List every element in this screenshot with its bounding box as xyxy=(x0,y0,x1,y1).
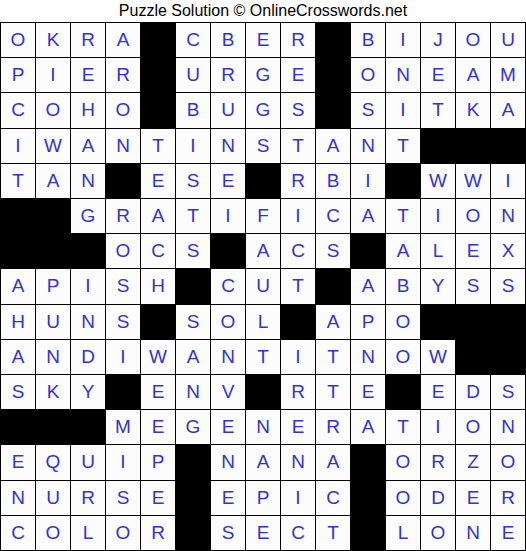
letter-cell-r4c3: A xyxy=(71,129,105,163)
letter-cell-r7c12: A xyxy=(386,234,420,268)
letter-cell-r12c8: N xyxy=(246,410,280,444)
letter-cell-r3c15: A xyxy=(491,93,525,127)
letter-cell-r9c2: U xyxy=(36,305,70,339)
letter-cell-r3c12: I xyxy=(386,93,420,127)
letter-cell-r11c1: S xyxy=(1,375,35,409)
block-cell-r9c13 xyxy=(421,305,455,339)
letter-cell-r4c8: S xyxy=(246,129,280,163)
letter-cell-r14c3: R xyxy=(71,481,105,515)
letter-cell-r10c6: A xyxy=(176,340,210,374)
letter-cell-r10c5: W xyxy=(141,340,175,374)
letter-cell-r3c1: C xyxy=(1,93,35,127)
letter-cell-r10c10: T xyxy=(316,340,350,374)
letter-cell-r2c3: E xyxy=(71,58,105,92)
letter-cell-r12c15: N xyxy=(491,410,525,444)
letter-cell-r14c4: S xyxy=(106,481,140,515)
letter-cell-r1c14: O xyxy=(456,23,490,57)
letter-cell-r4c10: A xyxy=(316,129,350,163)
letter-cell-r4c2: W xyxy=(36,129,70,163)
letter-cell-r14c10: C xyxy=(316,481,350,515)
letter-cell-r1c13: J xyxy=(421,23,455,57)
letter-cell-r11c3: Y xyxy=(71,375,105,409)
letter-cell-r10c8: T xyxy=(246,340,280,374)
letter-cell-r15c4: O xyxy=(106,516,140,550)
letter-cell-r5c14: W xyxy=(456,164,490,198)
letter-cell-r12c6: G xyxy=(176,410,210,444)
block-cell-r9c15 xyxy=(491,305,525,339)
block-cell-r4c14 xyxy=(456,129,490,163)
block-cell-r14c11 xyxy=(351,481,385,515)
letter-cell-r15c7: S xyxy=(211,516,245,550)
letter-cell-r4c12: T xyxy=(386,129,420,163)
letter-cell-r15c15: E xyxy=(491,516,525,550)
letter-cell-r11c14: D xyxy=(456,375,490,409)
letter-cell-r6c9: I xyxy=(281,199,315,233)
letter-cell-r13c8: A xyxy=(246,445,280,479)
letter-cell-r8c7: C xyxy=(211,269,245,303)
letter-cell-r7c4: O xyxy=(106,234,140,268)
letter-cell-r5c7: E xyxy=(211,164,245,198)
letter-cell-r5c15: I xyxy=(491,164,525,198)
letter-cell-r11c10: T xyxy=(316,375,350,409)
letter-cell-r6c15: N xyxy=(491,199,525,233)
block-cell-r3c5 xyxy=(141,93,175,127)
letter-cell-r13c12: O xyxy=(386,445,420,479)
letter-cell-r11c7: V xyxy=(211,375,245,409)
block-cell-r12c3 xyxy=(71,410,105,444)
letter-cell-r5c13: W xyxy=(421,164,455,198)
block-cell-r9c9 xyxy=(281,305,315,339)
block-cell-r7c3 xyxy=(71,234,105,268)
letter-cell-r6c12: T xyxy=(386,199,420,233)
letter-cell-r5c10: B xyxy=(316,164,350,198)
block-cell-r8c10 xyxy=(316,269,350,303)
letter-cell-r13c3: U xyxy=(71,445,105,479)
block-cell-r7c2 xyxy=(36,234,70,268)
letter-cell-r5c1: T xyxy=(1,164,35,198)
letter-cell-r2c13: E xyxy=(421,58,455,92)
block-cell-r7c11 xyxy=(351,234,385,268)
letter-cell-r10c11: N xyxy=(351,340,385,374)
letter-cell-r5c2: A xyxy=(36,164,70,198)
letter-cell-r13c15: O xyxy=(491,445,525,479)
letter-cell-r7c13: L xyxy=(421,234,455,268)
block-cell-r7c1 xyxy=(1,234,35,268)
letter-cell-r2c6: U xyxy=(176,58,210,92)
letter-cell-r4c9: T xyxy=(281,129,315,163)
page-title: Puzzle Solution © OnlineCrosswords.net xyxy=(0,0,526,22)
letter-cell-r11c2: K xyxy=(36,375,70,409)
letter-cell-r6c13: I xyxy=(421,199,455,233)
letter-cell-r6c11: A xyxy=(351,199,385,233)
letter-cell-r1c7: B xyxy=(211,23,245,57)
letter-cell-r11c15: S xyxy=(491,375,525,409)
letter-cell-r11c5: E xyxy=(141,375,175,409)
letter-cell-r3c3: H xyxy=(71,93,105,127)
letter-cell-r2c2: I xyxy=(36,58,70,92)
letter-cell-r10c7: N xyxy=(211,340,245,374)
letter-cell-r8c4: S xyxy=(106,269,140,303)
letter-cell-r7c10: S xyxy=(316,234,350,268)
letter-cell-r3c6: B xyxy=(176,93,210,127)
block-cell-r12c2 xyxy=(36,410,70,444)
letter-cell-r13c10: A xyxy=(316,445,350,479)
block-cell-r6c1 xyxy=(1,199,35,233)
letter-cell-r2c1: P xyxy=(1,58,35,92)
letter-cell-r1c3: R xyxy=(71,23,105,57)
block-cell-r14c6 xyxy=(176,481,210,515)
letter-cell-r2c9: E xyxy=(281,58,315,92)
letter-cell-r4c4: N xyxy=(106,129,140,163)
letter-cell-r9c6: S xyxy=(176,305,210,339)
letter-cell-r15c5: R xyxy=(141,516,175,550)
letter-cell-r6c6: T xyxy=(176,199,210,233)
letter-cell-r6c3: G xyxy=(71,199,105,233)
letter-cell-r8c14: S xyxy=(456,269,490,303)
letter-cell-r6c5: A xyxy=(141,199,175,233)
letter-cell-r13c9: N xyxy=(281,445,315,479)
letter-cell-r10c2: N xyxy=(36,340,70,374)
letter-cell-r12c10: R xyxy=(316,410,350,444)
letter-cell-r15c9: C xyxy=(281,516,315,550)
letter-cell-r4c6: I xyxy=(176,129,210,163)
letter-cell-r1c11: B xyxy=(351,23,385,57)
letter-cell-r3c14: K xyxy=(456,93,490,127)
letter-cell-r2c8: G xyxy=(246,58,280,92)
letter-cell-r3c4: O xyxy=(106,93,140,127)
letter-cell-r3c2: O xyxy=(36,93,70,127)
letter-cell-r14c1: N xyxy=(1,481,35,515)
letter-cell-r14c5: E xyxy=(141,481,175,515)
puzzle-solution-page: Puzzle Solution © OnlineCrosswords.net O… xyxy=(0,0,526,551)
block-cell-r5c4 xyxy=(106,164,140,198)
letter-cell-r2c4: R xyxy=(106,58,140,92)
letter-cell-r1c4: A xyxy=(106,23,140,57)
letter-cell-r3c9: S xyxy=(281,93,315,127)
letter-cell-r3c8: G xyxy=(246,93,280,127)
letter-cell-r14c8: P xyxy=(246,481,280,515)
letter-cell-r7c8: A xyxy=(246,234,280,268)
letter-cell-r10c3: D xyxy=(71,340,105,374)
block-cell-r2c10 xyxy=(316,58,350,92)
letter-cell-r11c6: N xyxy=(176,375,210,409)
letter-cell-r1c2: K xyxy=(36,23,70,57)
letter-cell-r12c14: O xyxy=(456,410,490,444)
letter-cell-r9c8: L xyxy=(246,305,280,339)
letter-cell-r15c12: L xyxy=(386,516,420,550)
letter-cell-r14c15: R xyxy=(491,481,525,515)
letter-cell-r15c1: C xyxy=(1,516,35,550)
letter-cell-r12c4: M xyxy=(106,410,140,444)
block-cell-r1c5 xyxy=(141,23,175,57)
letter-cell-r10c1: A xyxy=(1,340,35,374)
block-cell-r12c1 xyxy=(1,410,35,444)
letter-cell-r6c7: I xyxy=(211,199,245,233)
letter-cell-r12c13: I xyxy=(421,410,455,444)
letter-cell-r1c9: R xyxy=(281,23,315,57)
letter-cell-r10c4: I xyxy=(106,340,140,374)
block-cell-r6c2 xyxy=(36,199,70,233)
block-cell-r7c7 xyxy=(211,234,245,268)
letter-cell-r10c9: I xyxy=(281,340,315,374)
letter-cell-r15c8: E xyxy=(246,516,280,550)
letter-cell-r6c4: R xyxy=(106,199,140,233)
letter-cell-r6c8: F xyxy=(246,199,280,233)
letter-cell-r2c14: A xyxy=(456,58,490,92)
block-cell-r10c15 xyxy=(491,340,525,374)
block-cell-r2c5 xyxy=(141,58,175,92)
block-cell-r13c11 xyxy=(351,445,385,479)
letter-cell-r3c11: S xyxy=(351,93,385,127)
letter-cell-r5c6: S xyxy=(176,164,210,198)
letter-cell-r4c1: I xyxy=(1,129,35,163)
letter-cell-r14c7: E xyxy=(211,481,245,515)
letter-cell-r9c12: O xyxy=(386,305,420,339)
letter-cell-r13c4: I xyxy=(106,445,140,479)
block-cell-r5c8 xyxy=(246,164,280,198)
letter-cell-r6c10: C xyxy=(316,199,350,233)
block-cell-r4c15 xyxy=(491,129,525,163)
letter-cell-r15c13: O xyxy=(421,516,455,550)
letter-cell-r5c11: I xyxy=(351,164,385,198)
letter-cell-r12c9: E xyxy=(281,410,315,444)
letter-cell-r13c14: Z xyxy=(456,445,490,479)
block-cell-r5c12 xyxy=(386,164,420,198)
letter-cell-r14c12: O xyxy=(386,481,420,515)
block-cell-r9c14 xyxy=(456,305,490,339)
letter-cell-r8c5: H xyxy=(141,269,175,303)
letter-cell-r13c2: Q xyxy=(36,445,70,479)
letter-cell-r3c7: U xyxy=(211,93,245,127)
letter-cell-r8c11: A xyxy=(351,269,385,303)
letter-cell-r15c10: T xyxy=(316,516,350,550)
letter-cell-r12c12: T xyxy=(386,410,420,444)
letter-cell-r11c9: R xyxy=(281,375,315,409)
block-cell-r9c5 xyxy=(141,305,175,339)
letter-cell-r5c3: N xyxy=(71,164,105,198)
letter-cell-r1c15: U xyxy=(491,23,525,57)
letter-cell-r3c13: T xyxy=(421,93,455,127)
block-cell-r3c10 xyxy=(316,93,350,127)
letter-cell-r14c14: E xyxy=(456,481,490,515)
letter-cell-r13c1: E xyxy=(1,445,35,479)
letter-cell-r8c12: B xyxy=(386,269,420,303)
letter-cell-r8c9: T xyxy=(281,269,315,303)
letter-cell-r2c7: R xyxy=(211,58,245,92)
letter-cell-r9c10: A xyxy=(316,305,350,339)
letter-cell-r2c12: N xyxy=(386,58,420,92)
letter-cell-r4c7: N xyxy=(211,129,245,163)
letter-cell-r14c13: D xyxy=(421,481,455,515)
letter-cell-r9c11: P xyxy=(351,305,385,339)
letter-cell-r9c4: S xyxy=(106,305,140,339)
letter-cell-r2c15: M xyxy=(491,58,525,92)
letter-cell-r11c11: E xyxy=(351,375,385,409)
letter-cell-r12c7: E xyxy=(211,410,245,444)
letter-cell-r1c8: E xyxy=(246,23,280,57)
letter-cell-r7c6: S xyxy=(176,234,210,268)
block-cell-r15c11 xyxy=(351,516,385,550)
letter-cell-r15c14: N xyxy=(456,516,490,550)
block-cell-r10c14 xyxy=(456,340,490,374)
letter-cell-r7c9: C xyxy=(281,234,315,268)
letter-cell-r14c2: U xyxy=(36,481,70,515)
letter-cell-r14c9: I xyxy=(281,481,315,515)
letter-cell-r15c3: L xyxy=(71,516,105,550)
letter-cell-r10c12: O xyxy=(386,340,420,374)
letter-cell-r8c8: U xyxy=(246,269,280,303)
letter-cell-r2c11: O xyxy=(351,58,385,92)
letter-cell-r13c13: R xyxy=(421,445,455,479)
block-cell-r1c10 xyxy=(316,23,350,57)
block-cell-r13c6 xyxy=(176,445,210,479)
block-cell-r11c12 xyxy=(386,375,420,409)
letter-cell-r15c2: O xyxy=(36,516,70,550)
letter-cell-r12c5: E xyxy=(141,410,175,444)
letter-cell-r1c12: I xyxy=(386,23,420,57)
letter-cell-r8c13: Y xyxy=(421,269,455,303)
letter-cell-r5c5: E xyxy=(141,164,175,198)
letter-cell-r1c1: O xyxy=(1,23,35,57)
letter-cell-r11c13: E xyxy=(421,375,455,409)
letter-cell-r7c5: C xyxy=(141,234,175,268)
block-cell-r4c13 xyxy=(421,129,455,163)
letter-cell-r9c3: N xyxy=(71,305,105,339)
letter-cell-r9c1: H xyxy=(1,305,35,339)
letter-cell-r7c14: E xyxy=(456,234,490,268)
letter-cell-r13c7: N xyxy=(211,445,245,479)
letter-cell-r13c5: P xyxy=(141,445,175,479)
letter-cell-r4c11: N xyxy=(351,129,385,163)
letter-cell-r9c7: O xyxy=(211,305,245,339)
letter-cell-r8c2: P xyxy=(36,269,70,303)
letter-cell-r5c9: R xyxy=(281,164,315,198)
letter-cell-r4c5: T xyxy=(141,129,175,163)
crossword-grid: OKRACBERBIJOUPIERURGEONEAMCOHOBUGSSITKAI… xyxy=(0,22,526,551)
letter-cell-r12c11: A xyxy=(351,410,385,444)
block-cell-r11c4 xyxy=(106,375,140,409)
block-cell-r11c8 xyxy=(246,375,280,409)
letter-cell-r8c15: S xyxy=(491,269,525,303)
block-cell-r8c6 xyxy=(176,269,210,303)
block-cell-r15c6 xyxy=(176,516,210,550)
letter-cell-r8c3: I xyxy=(71,269,105,303)
letter-cell-r6c14: O xyxy=(456,199,490,233)
letter-cell-r10c13: W xyxy=(421,340,455,374)
letter-cell-r8c1: A xyxy=(1,269,35,303)
letter-cell-r7c15: X xyxy=(491,234,525,268)
letter-cell-r1c6: C xyxy=(176,23,210,57)
